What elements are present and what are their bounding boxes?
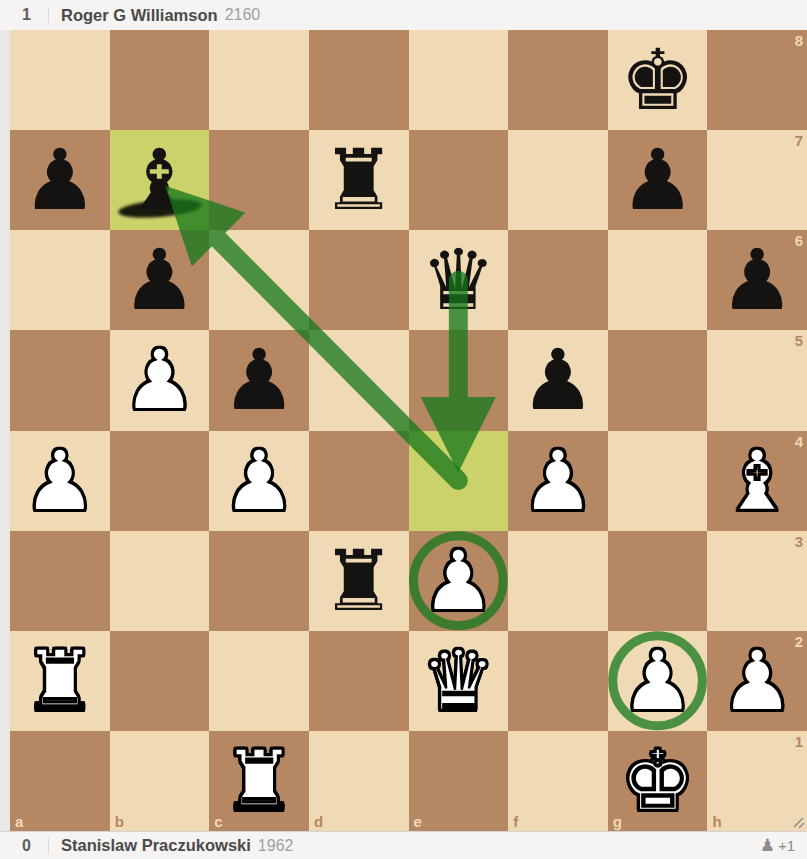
square-c5[interactable]: ♟: [209, 330, 309, 430]
black-king-g8[interactable]: ♚: [620, 38, 695, 122]
square-c3[interactable]: [209, 531, 309, 631]
square-f1[interactable]: f: [508, 731, 608, 831]
square-e3[interactable]: ♟: [409, 531, 509, 631]
square-g3[interactable]: [608, 531, 708, 631]
black-pawn-h6[interactable]: ♟: [720, 238, 795, 322]
square-a3[interactable]: [10, 531, 110, 631]
square-f8[interactable]: [508, 30, 608, 130]
file-label-h: h: [712, 814, 721, 829]
square-h4[interactable]: 4♝: [707, 431, 807, 531]
white-pawn-h2[interactable]: ♟: [720, 639, 795, 723]
square-f2[interactable]: [508, 631, 608, 731]
square-f6[interactable]: [508, 230, 608, 330]
square-d8[interactable]: [309, 30, 409, 130]
square-a8[interactable]: [10, 30, 110, 130]
material-advantage: ♟ +1: [760, 837, 795, 854]
square-g6[interactable]: [608, 230, 708, 330]
white-bishop-h4[interactable]: ♝: [720, 439, 795, 523]
square-h5[interactable]: 5: [707, 330, 807, 430]
pawn-silhouette-icon: ♟: [760, 837, 775, 854]
square-b7[interactable]: ♝: [110, 130, 210, 230]
square-g1[interactable]: g♚: [608, 731, 708, 831]
rank-label-6: 6: [795, 233, 803, 248]
rank-label-5: 5: [795, 333, 803, 348]
score-divider: [48, 7, 49, 23]
white-pawn-b5[interactable]: ♟: [122, 338, 197, 422]
square-b5[interactable]: ♟: [110, 330, 210, 430]
square-g2[interactable]: ♟: [608, 631, 708, 731]
file-label-b: b: [115, 814, 124, 829]
rank-label-7: 7: [795, 133, 803, 148]
black-bishop-b7[interactable]: ♝: [122, 138, 197, 222]
score-divider: [48, 838, 49, 854]
square-g7[interactable]: ♟: [608, 130, 708, 230]
square-a2[interactable]: ♜: [10, 631, 110, 731]
black-player-name[interactable]: Roger G Williamson: [61, 6, 218, 25]
square-h3[interactable]: 3: [707, 531, 807, 631]
square-d4[interactable]: [309, 431, 409, 531]
rank-label-1: 1: [795, 734, 803, 749]
square-c2[interactable]: [209, 631, 309, 731]
white-score: 0: [22, 837, 44, 855]
square-c1[interactable]: c♜: [209, 731, 309, 831]
square-e5[interactable]: [409, 330, 509, 430]
square-e4[interactable]: [409, 431, 509, 531]
black-pawn-c5[interactable]: ♟: [221, 338, 296, 422]
square-d7[interactable]: ♜: [309, 130, 409, 230]
square-a5[interactable]: [10, 330, 110, 430]
white-pawn-c4[interactable]: ♟: [221, 439, 296, 523]
square-c6[interactable]: [209, 230, 309, 330]
square-e7[interactable]: [409, 130, 509, 230]
file-label-c: c: [214, 814, 222, 829]
rank-label-8: 8: [795, 33, 803, 48]
square-e6[interactable]: ♛: [409, 230, 509, 330]
white-rook-c1[interactable]: ♜: [221, 739, 296, 823]
rank-label-4: 4: [795, 434, 803, 449]
square-b1[interactable]: b: [110, 731, 210, 831]
rank-label-3: 3: [795, 534, 803, 549]
file-label-a: a: [15, 814, 23, 829]
chess-board[interactable]: ♚8♟♝♜♟7♟♛6♟♟♟♟5♟♟♟4♝♜♟3♜♛♟2♟abc♜defg♚1h: [10, 30, 807, 831]
square-c4[interactable]: ♟: [209, 431, 309, 531]
square-h7[interactable]: 7: [707, 130, 807, 230]
square-e1[interactable]: e: [409, 731, 509, 831]
square-a1[interactable]: a: [10, 731, 110, 831]
file-label-e: e: [414, 814, 422, 829]
square-e8[interactable]: [409, 30, 509, 130]
square-d2[interactable]: [309, 631, 409, 731]
black-pawn-b6[interactable]: ♟: [122, 238, 197, 322]
square-a6[interactable]: [10, 230, 110, 330]
rank-label-2: 2: [795, 634, 803, 649]
black-queen-e6[interactable]: ♛: [421, 238, 496, 322]
board-resize-handle[interactable]: [791, 815, 806, 830]
material-advantage-value: +1: [778, 837, 795, 854]
white-pawn-a4[interactable]: ♟: [22, 439, 97, 523]
square-f5[interactable]: ♟: [508, 330, 608, 430]
white-king-g1[interactable]: ♚: [620, 739, 695, 823]
square-b4[interactable]: [110, 431, 210, 531]
square-h6[interactable]: 6♟: [707, 230, 807, 330]
square-d3[interactable]: ♜: [309, 531, 409, 631]
square-a4[interactable]: ♟: [10, 431, 110, 531]
board-container: ♚8♟♝♜♟7♟♛6♟♟♟♟5♟♟♟4♝♜♟3♜♛♟2♟abc♜defg♚1h: [10, 30, 807, 831]
white-pawn-g2[interactable]: ♟: [620, 639, 695, 723]
square-e2[interactable]: ♛: [409, 631, 509, 731]
square-c8[interactable]: [209, 30, 309, 130]
white-pawn-e3[interactable]: ♟: [421, 539, 496, 623]
square-g4[interactable]: [608, 431, 708, 531]
black-rook-d3[interactable]: ♜: [321, 539, 396, 623]
square-b8[interactable]: [110, 30, 210, 130]
white-pawn-f4[interactable]: ♟: [520, 439, 595, 523]
black-pawn-g7[interactable]: ♟: [620, 138, 695, 222]
player-bar-white: 0 Stanislaw Praczukowski 1962 ♟ +1: [0, 831, 807, 859]
square-f4[interactable]: ♟: [508, 431, 608, 531]
square-d6[interactable]: [309, 230, 409, 330]
white-player-rating: 1962: [258, 837, 294, 855]
square-c7[interactable]: [209, 130, 309, 230]
black-rook-d7[interactable]: ♜: [321, 138, 396, 222]
square-d1[interactable]: d: [309, 731, 409, 831]
player-bar-black: 1 Roger G Williamson 2160: [0, 0, 807, 30]
file-label-g: g: [613, 814, 622, 829]
square-b3[interactable]: [110, 531, 210, 631]
black-score: 1: [22, 6, 44, 24]
file-label-f: f: [513, 814, 518, 829]
square-b6[interactable]: ♟: [110, 230, 210, 330]
square-h8[interactable]: 8: [707, 30, 807, 130]
square-h2[interactable]: 2♟: [707, 631, 807, 731]
square-f7[interactable]: [508, 130, 608, 230]
square-d5[interactable]: [309, 330, 409, 430]
black-pawn-f5[interactable]: ♟: [520, 338, 595, 422]
black-pawn-a7[interactable]: ♟: [22, 138, 97, 222]
square-a7[interactable]: ♟: [10, 130, 110, 230]
square-g8[interactable]: ♚: [608, 30, 708, 130]
file-label-d: d: [314, 814, 323, 829]
square-b2[interactable]: [110, 631, 210, 731]
black-player-rating: 2160: [225, 6, 261, 24]
white-player-name[interactable]: Stanislaw Praczukowski: [61, 836, 251, 855]
square-f3[interactable]: [508, 531, 608, 631]
square-g5[interactable]: [608, 330, 708, 430]
white-queen-e2[interactable]: ♛: [421, 639, 496, 723]
white-rook-a2[interactable]: ♜: [22, 639, 97, 723]
